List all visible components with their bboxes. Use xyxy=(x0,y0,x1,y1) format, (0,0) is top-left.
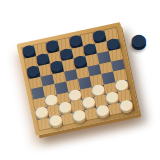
captured-dark-piece[interactable]: ● xyxy=(130,31,148,49)
dark-piece: ● xyxy=(131,32,148,48)
checkers-board: ●●●●●●●●●●●●●●●●●●●●●●● xyxy=(16,22,139,136)
square-r8c8[interactable]: ● xyxy=(120,100,134,113)
photo-canvas: ●●●●●●●●●●●●●●●●●●●●●●● ● xyxy=(0,0,160,160)
board-grid: ●●●●●●●●●●●●●●●●●●●●●●● xyxy=(22,28,133,130)
light-piece[interactable]: ● xyxy=(118,98,134,110)
dark-piece[interactable]: ● xyxy=(105,36,121,48)
